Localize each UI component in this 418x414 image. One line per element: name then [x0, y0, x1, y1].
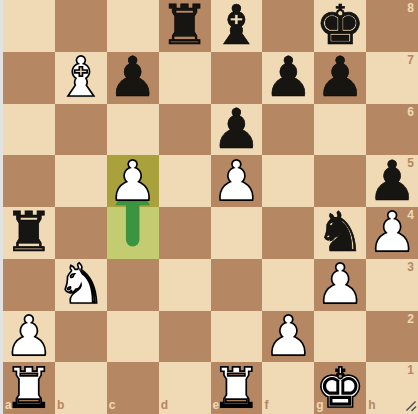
black-pawn-f7[interactable]: ♟: [262, 52, 314, 104]
white-king-g1[interactable]: ♚: [314, 362, 366, 414]
white-pawn-h4[interactable]: ♟: [366, 207, 418, 259]
white-pawn-g3[interactable]: ♟: [314, 259, 366, 311]
black-knight-g4[interactable]: ♞: [314, 207, 366, 259]
pieces-layer: ♜♝♚♝♟♟♟♟♟♟♟♜♞♟♞♟♟♟♜♜♚: [3, 0, 418, 414]
page: 8765432abcdefgh1 ♜♝♚♝♟♟♟♟♟♟♟♜♞♟♞♟♟♟♜♜♚: [0, 0, 418, 414]
black-rook-d8[interactable]: ♜: [159, 0, 211, 52]
black-pawn-e6[interactable]: ♟: [211, 104, 263, 156]
white-pawn-f2[interactable]: ♟: [262, 311, 314, 363]
white-pawn-e5[interactable]: ♟: [211, 155, 263, 207]
black-pawn-g7[interactable]: ♟: [314, 52, 366, 104]
white-rook-e1[interactable]: ♜: [211, 362, 263, 414]
resize-handle-line: [412, 407, 417, 412]
black-rook-a4[interactable]: ♜: [3, 207, 55, 259]
board-resize-handle[interactable]: [403, 398, 418, 413]
white-rook-a1[interactable]: ♜: [3, 362, 55, 414]
white-bishop-b7[interactable]: ♝: [55, 52, 107, 104]
white-pawn-c5[interactable]: ♟: [107, 155, 159, 207]
black-king-g8[interactable]: ♚: [314, 0, 366, 52]
white-pawn-a2[interactable]: ♟: [3, 311, 55, 363]
white-knight-b3[interactable]: ♞: [55, 259, 107, 311]
black-pawn-h5[interactable]: ♟: [366, 155, 418, 207]
chess-board[interactable]: 8765432abcdefgh1 ♜♝♚♝♟♟♟♟♟♟♟♜♞♟♞♟♟♟♜♜♚: [3, 0, 418, 414]
black-pawn-c7[interactable]: ♟: [107, 52, 159, 104]
black-bishop-e8[interactable]: ♝: [211, 0, 263, 52]
